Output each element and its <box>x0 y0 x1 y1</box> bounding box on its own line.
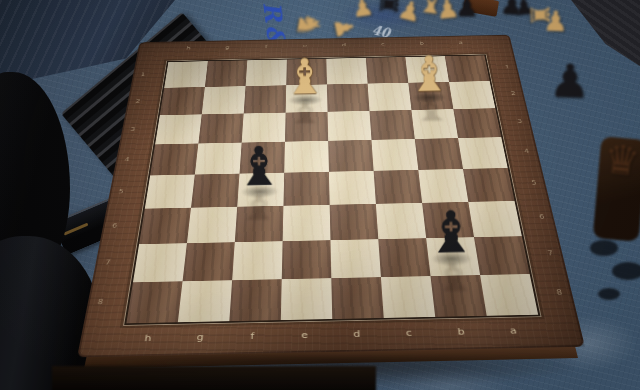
square-d4 <box>328 140 373 172</box>
coord-rank-right-6: 6 <box>538 213 545 220</box>
scene: R&R 40 hhggffeeddccbbaa1122334455667788♝… <box>0 0 640 390</box>
coord-file-bottom-d: d <box>353 329 360 340</box>
coord-file-bottom-f: f <box>250 331 254 342</box>
square-d5 <box>329 171 376 205</box>
square-e1 <box>286 59 327 86</box>
square-g2 <box>202 86 246 114</box>
coord-file-top-f: f <box>265 44 268 49</box>
square-c5 <box>374 170 422 204</box>
square-a7 <box>474 236 530 275</box>
coord-file-top-b: b <box>419 41 424 46</box>
square-f4 <box>240 142 285 174</box>
coord-file-bottom-e: e <box>301 330 308 341</box>
square-c3 <box>369 110 414 140</box>
square-d3 <box>328 111 372 141</box>
coord-file-bottom-h: h <box>144 333 152 344</box>
coord-rank-right-3: 3 <box>517 118 523 124</box>
square-d7 <box>330 239 380 278</box>
square-c2 <box>368 83 412 111</box>
square-f2 <box>244 85 287 113</box>
square-g8 <box>178 280 232 322</box>
square-f8 <box>229 279 281 321</box>
coord-file-bottom-b: b <box>457 326 465 337</box>
square-d1 <box>326 58 367 85</box>
square-d2 <box>327 84 370 112</box>
square-e3 <box>285 112 328 142</box>
coord-file-top-h: h <box>186 46 191 51</box>
square-g4 <box>195 143 242 175</box>
coord-file-bottom-c: c <box>405 327 412 338</box>
square-c4 <box>371 139 418 171</box>
coord-file-top-c: c <box>381 42 385 47</box>
coord-rank-right-7: 7 <box>547 249 554 256</box>
coord-file-top-e: e <box>303 43 307 48</box>
coord-rank-right-2: 2 <box>510 90 516 95</box>
square-h5 <box>145 175 195 209</box>
square-a3 <box>453 108 501 138</box>
offboard-dark-pawn-standing: ♟ <box>548 57 591 104</box>
coord-rank-left-2: 2 <box>135 98 140 103</box>
square-c6 <box>376 203 426 239</box>
coord-file-bottom-g: g <box>196 332 204 343</box>
square-a5 <box>463 168 515 202</box>
square-h8 <box>126 281 182 323</box>
square-c7 <box>378 238 430 277</box>
square-a4 <box>458 137 508 169</box>
square-h1 <box>164 61 208 88</box>
coord-rank-left-3: 3 <box>130 126 136 132</box>
coord-file-top-d: d <box>342 43 346 48</box>
offboard-light-pawn-standing: ♟ <box>350 0 375 21</box>
square-h2 <box>160 87 205 115</box>
square-f5 <box>237 173 284 207</box>
square-h6 <box>139 208 191 244</box>
square-f6 <box>235 206 284 242</box>
coord-rank-left-8: 8 <box>97 298 104 306</box>
coord-rank-right-8: 8 <box>556 288 563 296</box>
square-b3 <box>411 109 458 139</box>
square-e2 <box>286 84 328 112</box>
coord-file-top-a: a <box>458 40 463 45</box>
coord-rank-right-4: 4 <box>524 148 530 154</box>
square-a1 <box>445 55 490 81</box>
square-g7 <box>183 242 235 281</box>
square-h7 <box>133 243 187 282</box>
square-a6 <box>468 201 522 237</box>
coord-rank-left-4: 4 <box>124 156 130 162</box>
coord-rank-left-7: 7 <box>105 258 112 265</box>
coord-rank-left-5: 5 <box>118 188 124 194</box>
coord-file-bottom-a: a <box>509 325 518 336</box>
square-d6 <box>330 204 379 240</box>
square-d8 <box>331 277 383 319</box>
board-tilt-wrapper: hhggffeeddccbbaa1122334455667788♝♝♝♝♝♝♝♝ <box>0 0 640 390</box>
square-h4 <box>150 143 198 175</box>
square-b2 <box>408 82 453 110</box>
square-b7 <box>426 237 480 276</box>
offboard-light-pawn-standing: ♟ <box>543 8 569 37</box>
coord-rank-left-6: 6 <box>112 222 118 229</box>
coord-rank-right-1: 1 <box>504 64 509 69</box>
square-e5 <box>283 172 329 206</box>
square-a2 <box>449 81 495 109</box>
square-g6 <box>187 207 237 243</box>
square-f3 <box>242 113 286 143</box>
square-a8 <box>480 274 538 316</box>
square-h3 <box>155 114 202 144</box>
coord-file-top-g: g <box>225 45 230 50</box>
square-b8 <box>431 275 487 317</box>
coord-rank-right-5: 5 <box>531 179 537 185</box>
square-c1 <box>366 57 408 84</box>
square-g5 <box>191 174 240 208</box>
chess-board: hhggffeeddccbbaa1122334455667788♝♝♝♝♝♝♝♝ <box>77 35 585 358</box>
square-f1 <box>246 60 287 87</box>
offboard-light-knight-lying: ♞ <box>291 9 325 41</box>
square-f7 <box>232 241 282 280</box>
square-e7 <box>282 240 332 279</box>
square-g3 <box>198 113 243 143</box>
offboard-dark-pawn-standing: ♟ <box>455 0 478 20</box>
square-e4 <box>284 141 329 173</box>
square-b5 <box>418 169 468 203</box>
square-g1 <box>205 60 247 87</box>
coord-rank-left-1: 1 <box>140 72 145 77</box>
board-squares <box>124 54 540 325</box>
square-c8 <box>381 276 435 318</box>
square-b6 <box>422 202 474 238</box>
offboard-brown-queen-standing: ♛ <box>602 138 640 182</box>
square-e8 <box>281 278 332 320</box>
square-b1 <box>405 56 449 82</box>
square-b4 <box>415 138 463 170</box>
square-e6 <box>283 205 331 241</box>
